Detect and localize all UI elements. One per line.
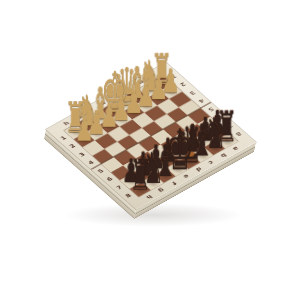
piece-black-rook-h8: ♜	[129, 155, 151, 197]
rank-label-far-3: 3	[184, 88, 200, 99]
piece-white-pawn-h2: ♟	[72, 113, 98, 146]
rank-label-3: 3	[74, 149, 90, 160]
chess-board: 1122334455667788aabbccddeeffgghh♜♟♞♟♝♟♛♟…	[46, 62, 256, 209]
product-photo: 1122334455667788aabbccddeeffgghh♜♟♞♟♝♟♛♟…	[0, 0, 300, 300]
